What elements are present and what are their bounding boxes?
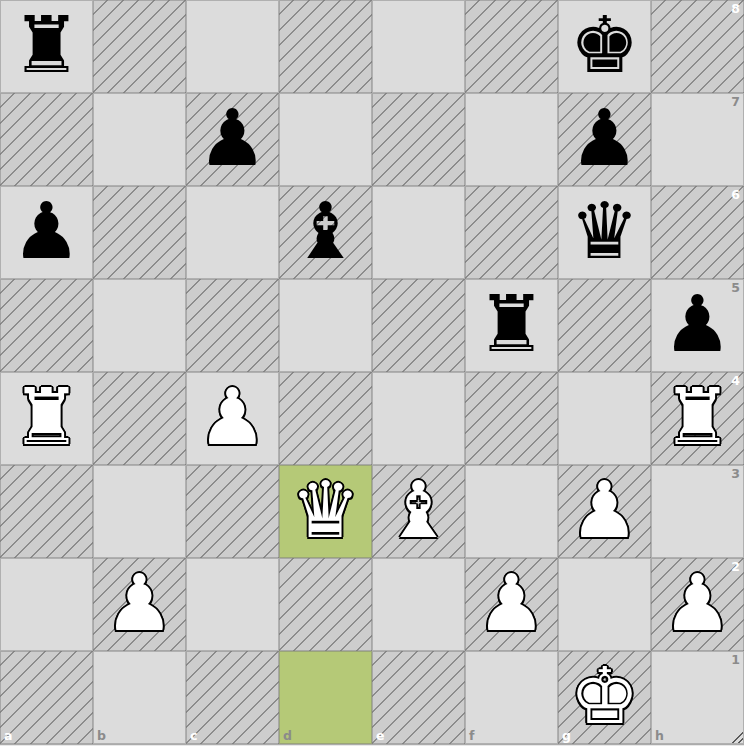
square-a6[interactable]: ♟ [0, 186, 93, 279]
square-b2[interactable]: ♟ [93, 558, 186, 651]
square-f8[interactable] [465, 0, 558, 93]
square-c1[interactable]: c [186, 651, 279, 744]
square-f5[interactable]: ♜ [465, 279, 558, 372]
square-c5[interactable] [186, 279, 279, 372]
square-g1[interactable]: ♚g [558, 651, 651, 744]
square-b7[interactable] [93, 93, 186, 186]
file-label-f: f [469, 730, 474, 743]
white-pawn[interactable]: ♟ [198, 378, 268, 456]
square-e7[interactable] [372, 93, 465, 186]
square-g4[interactable] [558, 372, 651, 465]
square-a2[interactable] [0, 558, 93, 651]
file-label-a: a [4, 730, 12, 743]
file-label-h: h [655, 730, 664, 743]
square-a1[interactable]: a [0, 651, 93, 744]
square-c2[interactable] [186, 558, 279, 651]
square-g8[interactable]: ♚ [558, 0, 651, 93]
square-e3[interactable]: ♝ [372, 465, 465, 558]
square-h8[interactable]: 8 [651, 0, 744, 93]
square-b1[interactable]: b [93, 651, 186, 744]
square-f2[interactable]: ♟ [465, 558, 558, 651]
square-d4[interactable] [279, 372, 372, 465]
square-d2[interactable] [279, 558, 372, 651]
square-b3[interactable] [93, 465, 186, 558]
square-a7[interactable] [0, 93, 93, 186]
square-g7[interactable]: ♟ [558, 93, 651, 186]
square-h2[interactable]: ♟2 [651, 558, 744, 651]
square-g6[interactable]: ♛ [558, 186, 651, 279]
square-d7[interactable] [279, 93, 372, 186]
square-a3[interactable] [0, 465, 93, 558]
square-a5[interactable] [0, 279, 93, 372]
rank-label-1: 1 [731, 654, 740, 667]
square-b6[interactable] [93, 186, 186, 279]
square-d5[interactable] [279, 279, 372, 372]
rank-label-6: 6 [731, 189, 740, 202]
square-h4[interactable]: ♜4 [651, 372, 744, 465]
white-rook[interactable]: ♜ [663, 378, 733, 456]
square-g3[interactable]: ♟ [558, 465, 651, 558]
file-label-b: b [97, 730, 106, 743]
rank-label-5: 5 [731, 282, 740, 295]
square-f4[interactable] [465, 372, 558, 465]
black-bishop[interactable]: ♝ [291, 192, 361, 270]
square-e4[interactable] [372, 372, 465, 465]
board-resize-handle[interactable] [731, 731, 743, 743]
chess-board: ♜♚8♟♟7♟♝♛6♜♟5♜♟♜4♛♝♟3♟♟♟2abcdef♚g1h [0, 0, 744, 744]
rank-label-8: 8 [731, 3, 740, 16]
rank-label-7: 7 [731, 96, 740, 109]
white-pawn[interactable]: ♟ [105, 564, 175, 642]
square-f1[interactable]: f [465, 651, 558, 744]
square-f6[interactable] [465, 186, 558, 279]
white-pawn[interactable]: ♟ [663, 564, 733, 642]
black-rook[interactable]: ♜ [12, 6, 82, 84]
square-f7[interactable] [465, 93, 558, 186]
square-g2[interactable] [558, 558, 651, 651]
white-king[interactable]: ♚ [570, 657, 640, 735]
square-e1[interactable]: e [372, 651, 465, 744]
square-d1[interactable]: d [279, 651, 372, 744]
square-e5[interactable] [372, 279, 465, 372]
file-label-e: e [376, 730, 384, 743]
square-e2[interactable] [372, 558, 465, 651]
square-g5[interactable] [558, 279, 651, 372]
square-d3[interactable]: ♛ [279, 465, 372, 558]
file-label-c: c [190, 730, 197, 743]
black-pawn[interactable]: ♟ [198, 99, 268, 177]
square-b8[interactable] [93, 0, 186, 93]
white-pawn[interactable]: ♟ [477, 564, 547, 642]
black-rook[interactable]: ♜ [477, 285, 547, 363]
square-c6[interactable] [186, 186, 279, 279]
rank-label-4: 4 [731, 375, 740, 388]
file-label-d: d [283, 730, 292, 743]
rank-label-2: 2 [731, 561, 740, 574]
square-e8[interactable] [372, 0, 465, 93]
square-f3[interactable] [465, 465, 558, 558]
square-a8[interactable]: ♜ [0, 0, 93, 93]
square-a4[interactable]: ♜ [0, 372, 93, 465]
rank-label-3: 3 [731, 468, 740, 481]
black-king[interactable]: ♚ [570, 6, 640, 84]
white-queen[interactable]: ♛ [291, 471, 361, 549]
square-c8[interactable] [186, 0, 279, 93]
square-e6[interactable] [372, 186, 465, 279]
black-queen[interactable]: ♛ [570, 192, 640, 270]
square-h7[interactable]: 7 [651, 93, 744, 186]
square-d8[interactable] [279, 0, 372, 93]
black-pawn[interactable]: ♟ [663, 285, 733, 363]
file-label-g: g [562, 730, 571, 743]
square-c7[interactable]: ♟ [186, 93, 279, 186]
square-b4[interactable] [93, 372, 186, 465]
square-h5[interactable]: ♟5 [651, 279, 744, 372]
white-rook[interactable]: ♜ [12, 378, 82, 456]
black-pawn[interactable]: ♟ [12, 192, 82, 270]
square-b5[interactable] [93, 279, 186, 372]
square-h3[interactable]: 3 [651, 465, 744, 558]
white-bishop[interactable]: ♝ [384, 471, 454, 549]
white-pawn[interactable]: ♟ [570, 471, 640, 549]
square-h6[interactable]: 6 [651, 186, 744, 279]
square-c4[interactable]: ♟ [186, 372, 279, 465]
square-d6[interactable]: ♝ [279, 186, 372, 279]
square-c3[interactable] [186, 465, 279, 558]
black-pawn[interactable]: ♟ [570, 99, 640, 177]
